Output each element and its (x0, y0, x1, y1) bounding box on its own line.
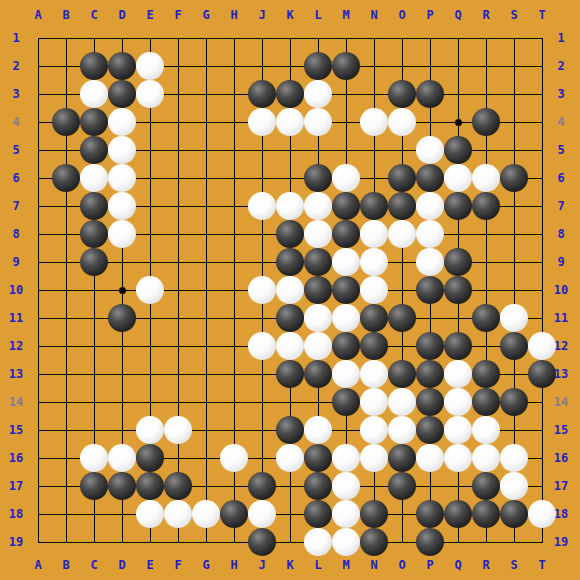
stone-white-L8 (304, 220, 332, 248)
stone-black-S12 (500, 332, 528, 360)
row-label-left-4: 4 (3, 115, 29, 129)
stone-black-C8 (80, 220, 108, 248)
stone-white-Q6 (444, 164, 472, 192)
stone-black-D11 (108, 304, 136, 332)
row-label-left-8: 8 (3, 227, 29, 241)
stone-black-K3 (276, 80, 304, 108)
row-label-left-7: 7 (3, 199, 29, 213)
stone-black-S6 (500, 164, 528, 192)
row-label-right-7: 7 (548, 199, 574, 213)
stone-white-N8 (360, 220, 388, 248)
stone-white-O14 (388, 388, 416, 416)
row-label-left-13: 13 (3, 367, 29, 381)
stone-black-P14 (416, 388, 444, 416)
stone-black-T13 (528, 360, 556, 388)
column-label-bottom-D: D (109, 558, 135, 572)
stone-black-S14 (500, 388, 528, 416)
row-label-left-3: 3 (3, 87, 29, 101)
stone-black-R18 (472, 500, 500, 528)
column-label-top-O: O (389, 8, 415, 22)
stone-black-C9 (80, 248, 108, 276)
stone-white-E15 (136, 416, 164, 444)
column-label-top-A: A (25, 8, 51, 22)
column-label-top-M: M (333, 8, 359, 22)
stone-black-R11 (472, 304, 500, 332)
stone-black-B4 (52, 108, 80, 136)
stone-black-D2 (108, 52, 136, 80)
stone-white-S11 (500, 304, 528, 332)
star-point-Q4 (455, 119, 462, 126)
stone-white-N9 (360, 248, 388, 276)
column-label-top-R: R (473, 8, 499, 22)
stone-black-N7 (360, 192, 388, 220)
column-label-bottom-F: F (165, 558, 191, 572)
row-label-right-4: 4 (548, 115, 574, 129)
stone-black-M10 (332, 276, 360, 304)
stone-white-M9 (332, 248, 360, 276)
stone-white-D6 (108, 164, 136, 192)
stone-black-R14 (472, 388, 500, 416)
column-label-top-K: K (277, 8, 303, 22)
column-label-bottom-R: R (473, 558, 499, 572)
stone-black-L9 (304, 248, 332, 276)
stone-white-J12 (248, 332, 276, 360)
stone-white-N14 (360, 388, 388, 416)
column-label-bottom-G: G (193, 558, 219, 572)
stone-black-Q18 (444, 500, 472, 528)
stone-black-N19 (360, 528, 388, 556)
stone-white-S16 (500, 444, 528, 472)
stone-white-Q16 (444, 444, 472, 472)
stone-white-D4 (108, 108, 136, 136)
row-label-left-5: 5 (3, 143, 29, 157)
column-label-bottom-T: T (529, 558, 555, 572)
stone-white-J18 (248, 500, 276, 528)
row-label-right-3: 3 (548, 87, 574, 101)
stone-black-N12 (360, 332, 388, 360)
column-label-bottom-E: E (137, 558, 163, 572)
stone-white-N4 (360, 108, 388, 136)
stone-black-Q5 (444, 136, 472, 164)
stone-black-D17 (108, 472, 136, 500)
row-label-left-10: 10 (3, 283, 29, 297)
stone-black-N11 (360, 304, 388, 332)
stone-white-N16 (360, 444, 388, 472)
stone-white-P8 (416, 220, 444, 248)
row-label-left-9: 9 (3, 255, 29, 269)
column-label-top-T: T (529, 8, 555, 22)
stone-white-C3 (80, 80, 108, 108)
stone-white-K12 (276, 332, 304, 360)
stone-black-C4 (80, 108, 108, 136)
row-label-right-19: 19 (548, 535, 574, 549)
stone-black-M7 (332, 192, 360, 220)
stone-black-M12 (332, 332, 360, 360)
stone-black-L10 (304, 276, 332, 304)
star-point-D10 (119, 287, 126, 294)
stone-white-M6 (332, 164, 360, 192)
row-label-left-2: 2 (3, 59, 29, 73)
stone-white-L4 (304, 108, 332, 136)
stone-white-P9 (416, 248, 444, 276)
stone-black-K15 (276, 416, 304, 444)
stone-white-O4 (388, 108, 416, 136)
grid-line-vertical (542, 38, 543, 543)
column-label-top-J: J (249, 8, 275, 22)
stone-black-P15 (416, 416, 444, 444)
column-label-bottom-K: K (277, 558, 303, 572)
grid-line-horizontal (38, 542, 543, 543)
stone-black-L6 (304, 164, 332, 192)
stone-white-C16 (80, 444, 108, 472)
row-label-left-17: 17 (3, 479, 29, 493)
stone-black-P10 (416, 276, 444, 304)
stone-white-M18 (332, 500, 360, 528)
stone-black-C7 (80, 192, 108, 220)
column-label-bottom-M: M (333, 558, 359, 572)
stone-black-P3 (416, 80, 444, 108)
stone-black-O3 (388, 80, 416, 108)
stone-black-Q7 (444, 192, 472, 220)
stone-white-L19 (304, 528, 332, 556)
stone-white-N10 (360, 276, 388, 304)
row-label-left-1: 1 (3, 31, 29, 45)
row-label-right-5: 5 (548, 143, 574, 157)
row-label-right-10: 10 (548, 283, 574, 297)
row-label-left-16: 16 (3, 451, 29, 465)
stone-white-G18 (192, 500, 220, 528)
stone-black-R4 (472, 108, 500, 136)
row-label-left-15: 15 (3, 423, 29, 437)
row-label-left-6: 6 (3, 171, 29, 185)
stone-white-J4 (248, 108, 276, 136)
stone-black-K11 (276, 304, 304, 332)
stone-black-D3 (108, 80, 136, 108)
stone-black-Q12 (444, 332, 472, 360)
column-label-top-L: L (305, 8, 331, 22)
stone-white-R6 (472, 164, 500, 192)
stone-white-S17 (500, 472, 528, 500)
column-label-bottom-L: L (305, 558, 331, 572)
stone-white-P7 (416, 192, 444, 220)
column-label-top-Q: Q (445, 8, 471, 22)
column-label-top-N: N (361, 8, 387, 22)
row-label-right-14: 14 (548, 395, 574, 409)
row-label-right-16: 16 (548, 451, 574, 465)
stone-black-H18 (220, 500, 248, 528)
column-label-bottom-O: O (389, 558, 415, 572)
column-label-bottom-P: P (417, 558, 443, 572)
stone-black-P18 (416, 500, 444, 528)
stone-black-E16 (136, 444, 164, 472)
stone-white-J10 (248, 276, 276, 304)
row-label-left-12: 12 (3, 339, 29, 353)
stone-white-Q13 (444, 360, 472, 388)
stone-white-J7 (248, 192, 276, 220)
row-label-left-14: 14 (3, 395, 29, 409)
stone-black-M2 (332, 52, 360, 80)
row-label-right-17: 17 (548, 479, 574, 493)
stone-black-S18 (500, 500, 528, 528)
stone-black-O17 (388, 472, 416, 500)
stone-black-L18 (304, 500, 332, 528)
stone-white-R16 (472, 444, 500, 472)
stone-white-M11 (332, 304, 360, 332)
stone-black-R7 (472, 192, 500, 220)
column-label-bottom-C: C (81, 558, 107, 572)
stone-black-F17 (164, 472, 192, 500)
stone-black-R13 (472, 360, 500, 388)
column-label-bottom-A: A (25, 558, 51, 572)
stone-white-L15 (304, 416, 332, 444)
stone-white-E2 (136, 52, 164, 80)
row-label-right-15: 15 (548, 423, 574, 437)
row-label-right-8: 8 (548, 227, 574, 241)
stone-black-O16 (388, 444, 416, 472)
goban[interactable]: AABBCCDDEEFFGGHHJJKKLLMMNNOOPPQQRRSSTT11… (0, 0, 580, 580)
stone-black-O13 (388, 360, 416, 388)
column-label-bottom-N: N (361, 558, 387, 572)
stone-black-L2 (304, 52, 332, 80)
stone-white-E3 (136, 80, 164, 108)
stone-black-M14 (332, 388, 360, 416)
stone-white-N15 (360, 416, 388, 444)
column-label-top-C: C (81, 8, 107, 22)
stone-white-Q15 (444, 416, 472, 444)
stone-black-P6 (416, 164, 444, 192)
row-label-left-19: 19 (3, 535, 29, 549)
stone-white-K7 (276, 192, 304, 220)
stone-white-L7 (304, 192, 332, 220)
stone-white-L12 (304, 332, 332, 360)
stone-black-J19 (248, 528, 276, 556)
stone-white-Q14 (444, 388, 472, 416)
stone-white-M16 (332, 444, 360, 472)
stone-black-L17 (304, 472, 332, 500)
stone-white-H16 (220, 444, 248, 472)
stone-white-M13 (332, 360, 360, 388)
column-label-bottom-H: H (221, 558, 247, 572)
row-label-right-1: 1 (548, 31, 574, 45)
column-label-bottom-S: S (501, 558, 527, 572)
stone-black-O7 (388, 192, 416, 220)
column-label-top-B: B (53, 8, 79, 22)
stone-white-T12 (528, 332, 556, 360)
stone-black-P19 (416, 528, 444, 556)
stone-white-E10 (136, 276, 164, 304)
stone-white-F18 (164, 500, 192, 528)
column-label-top-F: F (165, 8, 191, 22)
column-label-bottom-B: B (53, 558, 79, 572)
stone-black-E17 (136, 472, 164, 500)
row-label-left-18: 18 (3, 507, 29, 521)
stone-black-K13 (276, 360, 304, 388)
row-label-right-11: 11 (548, 311, 574, 325)
stone-white-E18 (136, 500, 164, 528)
stone-white-F15 (164, 416, 192, 444)
stone-white-K4 (276, 108, 304, 136)
stone-white-O15 (388, 416, 416, 444)
stone-white-K16 (276, 444, 304, 472)
stone-black-J3 (248, 80, 276, 108)
stone-white-C6 (80, 164, 108, 192)
stone-white-M17 (332, 472, 360, 500)
stone-black-K8 (276, 220, 304, 248)
stone-white-K10 (276, 276, 304, 304)
stone-black-N18 (360, 500, 388, 528)
stone-white-L3 (304, 80, 332, 108)
stone-white-M19 (332, 528, 360, 556)
stone-black-O11 (388, 304, 416, 332)
stone-white-D5 (108, 136, 136, 164)
stone-black-O6 (388, 164, 416, 192)
column-label-bottom-Q: Q (445, 558, 471, 572)
stone-white-D16 (108, 444, 136, 472)
stone-black-J17 (248, 472, 276, 500)
stone-white-O8 (388, 220, 416, 248)
row-label-right-9: 9 (548, 255, 574, 269)
row-label-left-11: 11 (3, 311, 29, 325)
stone-black-C2 (80, 52, 108, 80)
stone-white-P5 (416, 136, 444, 164)
stone-black-Q9 (444, 248, 472, 276)
stone-black-P13 (416, 360, 444, 388)
row-label-right-6: 6 (548, 171, 574, 185)
stone-black-C5 (80, 136, 108, 164)
column-label-top-E: E (137, 8, 163, 22)
stone-white-D7 (108, 192, 136, 220)
stone-black-C17 (80, 472, 108, 500)
stone-black-M8 (332, 220, 360, 248)
column-label-top-P: P (417, 8, 443, 22)
stone-black-P12 (416, 332, 444, 360)
column-label-top-H: H (221, 8, 247, 22)
column-label-top-S: S (501, 8, 527, 22)
stone-white-R15 (472, 416, 500, 444)
column-label-top-D: D (109, 8, 135, 22)
column-label-bottom-J: J (249, 558, 275, 572)
stone-black-R17 (472, 472, 500, 500)
stone-white-D8 (108, 220, 136, 248)
stone-white-P16 (416, 444, 444, 472)
stone-black-B6 (52, 164, 80, 192)
stone-white-T18 (528, 500, 556, 528)
stone-black-L16 (304, 444, 332, 472)
row-label-right-2: 2 (548, 59, 574, 73)
stone-black-Q10 (444, 276, 472, 304)
stone-black-L13 (304, 360, 332, 388)
column-label-top-G: G (193, 8, 219, 22)
stone-white-N13 (360, 360, 388, 388)
stone-black-K9 (276, 248, 304, 276)
stone-white-L11 (304, 304, 332, 332)
